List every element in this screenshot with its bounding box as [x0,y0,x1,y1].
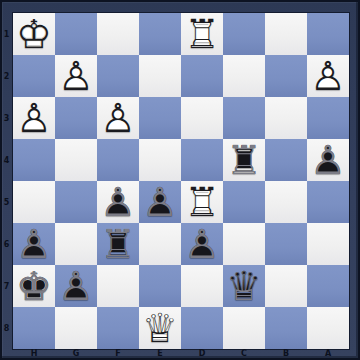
piece-glyph-outline: ♙ [55,55,97,97]
square-e4[interactable] [139,139,181,181]
white-rook[interactable]: ♜♖ [181,181,223,223]
white-king[interactable]: ♚♔ [13,13,55,55]
piece-glyph-outline: ♖ [181,181,223,223]
black-pawn[interactable]: ♟♙ [307,139,349,181]
square-d3[interactable] [181,97,223,139]
square-g5[interactable] [55,181,97,223]
square-h4[interactable] [13,139,55,181]
square-d8[interactable] [181,307,223,349]
square-c8[interactable] [223,307,265,349]
piece-glyph-outline: ♙ [139,181,181,223]
file-label-h: H [13,348,55,359]
square-b2[interactable] [265,55,307,97]
piece-glyph-outline: ♕ [223,265,265,307]
square-c7[interactable]: ♛♕ [223,265,265,307]
black-pawn[interactable]: ♟♙ [139,181,181,223]
square-c4[interactable]: ♜♖ [223,139,265,181]
square-g6[interactable] [55,223,97,265]
white-pawn[interactable]: ♟♙ [307,55,349,97]
rank-label-3: 3 [1,97,12,139]
square-c6[interactable] [223,223,265,265]
piece-glyph-outline: ♙ [13,223,55,265]
piece-glyph-outline: ♔ [13,13,55,55]
file-labels: HGFEDCBA [13,348,349,359]
square-h2[interactable] [13,55,55,97]
white-pawn[interactable]: ♟♙ [97,97,139,139]
rank-label-7: 7 [1,265,12,307]
square-f8[interactable] [97,307,139,349]
square-d6[interactable]: ♟♙ [181,223,223,265]
square-h1[interactable]: ♚♔ [13,13,55,55]
square-d1[interactable]: ♜♖ [181,13,223,55]
square-b6[interactable] [265,223,307,265]
square-e2[interactable] [139,55,181,97]
square-a7[interactable] [307,265,349,307]
square-h3[interactable]: ♟♙ [13,97,55,139]
square-b8[interactable] [265,307,307,349]
square-e6[interactable] [139,223,181,265]
square-a2[interactable]: ♟♙ [307,55,349,97]
file-label-g: G [55,348,97,359]
square-d5[interactable]: ♜♖ [181,181,223,223]
square-d2[interactable] [181,55,223,97]
square-b4[interactable] [265,139,307,181]
black-pawn[interactable]: ♟♙ [13,223,55,265]
square-e8[interactable]: ♛♕ [139,307,181,349]
rank-label-4: 4 [1,139,12,181]
square-f6[interactable]: ♜♖ [97,223,139,265]
file-label-a: A [307,348,349,359]
square-a8[interactable] [307,307,349,349]
rank-label-6: 6 [1,223,12,265]
file-label-d: D [181,348,223,359]
black-queen[interactable]: ♛♕ [223,265,265,307]
square-g1[interactable] [55,13,97,55]
square-f2[interactable] [97,55,139,97]
piece-glyph-outline: ♙ [181,223,223,265]
file-label-f: F [97,348,139,359]
square-d4[interactable] [181,139,223,181]
square-b3[interactable] [265,97,307,139]
square-c3[interactable] [223,97,265,139]
file-label-b: B [265,348,307,359]
rank-label-5: 5 [1,181,12,223]
square-g3[interactable] [55,97,97,139]
file-label-c: C [223,348,265,359]
square-f1[interactable] [97,13,139,55]
square-h5[interactable] [13,181,55,223]
piece-glyph-outline: ♙ [307,55,349,97]
piece-glyph-outline: ♙ [97,181,139,223]
piece-glyph-outline: ♖ [223,139,265,181]
piece-glyph-outline: ♔ [13,265,55,307]
square-e7[interactable] [139,265,181,307]
black-rook[interactable]: ♜♖ [97,223,139,265]
square-e3[interactable] [139,97,181,139]
piece-glyph-outline: ♖ [181,13,223,55]
square-h8[interactable] [13,307,55,349]
white-rook[interactable]: ♜♖ [181,13,223,55]
square-g7[interactable]: ♟♙ [55,265,97,307]
square-f3[interactable]: ♟♙ [97,97,139,139]
square-g8[interactable] [55,307,97,349]
square-a6[interactable] [307,223,349,265]
rank-label-1: 1 [1,13,12,55]
piece-glyph-outline: ♙ [13,97,55,139]
square-g2[interactable]: ♟♙ [55,55,97,97]
square-e5[interactable]: ♟♙ [139,181,181,223]
square-h6[interactable]: ♟♙ [13,223,55,265]
square-c5[interactable] [223,181,265,223]
piece-glyph-outline: ♙ [307,139,349,181]
square-b5[interactable] [265,181,307,223]
square-f4[interactable] [97,139,139,181]
black-pawn[interactable]: ♟♙ [97,181,139,223]
rank-label-8: 8 [1,307,12,349]
square-c2[interactable] [223,55,265,97]
square-a1[interactable] [307,13,349,55]
square-a5[interactable] [307,181,349,223]
square-h7[interactable]: ♚♔ [13,265,55,307]
black-rook[interactable]: ♜♖ [223,139,265,181]
square-b7[interactable] [265,265,307,307]
black-pawn[interactable]: ♟♙ [55,265,97,307]
square-g4[interactable] [55,139,97,181]
piece-glyph-outline: ♖ [97,223,139,265]
file-label-e: E [139,348,181,359]
square-a3[interactable] [307,97,349,139]
board-frame: 12345678 ♚♔♜♖♟♙♟♙♟♙♟♙♜♖♟♙♟♙♟♙♜♖♟♙♜♖♟♙♚♔♟… [0,0,360,360]
piece-glyph-outline: ♕ [139,307,181,349]
black-king[interactable]: ♚♔ [13,265,55,307]
square-f5[interactable]: ♟♙ [97,181,139,223]
rank-label-2: 2 [1,55,12,97]
white-pawn[interactable]: ♟♙ [55,55,97,97]
square-a4[interactable]: ♟♙ [307,139,349,181]
square-b1[interactable] [265,13,307,55]
square-e1[interactable] [139,13,181,55]
piece-glyph-outline: ♙ [55,265,97,307]
rank-labels: 12345678 [1,13,12,349]
piece-glyph-outline: ♙ [97,97,139,139]
square-c1[interactable] [223,13,265,55]
square-d7[interactable] [181,265,223,307]
white-pawn[interactable]: ♟♙ [13,97,55,139]
square-f7[interactable] [97,265,139,307]
chess-board: ♚♔♜♖♟♙♟♙♟♙♟♙♜♖♟♙♟♙♟♙♜♖♟♙♜♖♟♙♚♔♟♙♛♕♛♕ [13,13,349,349]
black-pawn[interactable]: ♟♙ [181,223,223,265]
white-queen[interactable]: ♛♕ [139,307,181,349]
